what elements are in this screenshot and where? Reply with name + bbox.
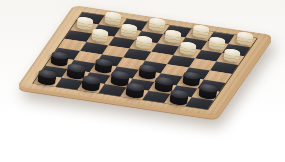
checker-piece-black xyxy=(125,82,145,99)
checker-piece-black xyxy=(81,75,101,92)
checker-piece-white xyxy=(236,31,253,46)
piece-top-face xyxy=(170,88,189,98)
checker-piece-white xyxy=(223,48,241,63)
piece-top-face xyxy=(199,83,218,93)
checker-piece-black xyxy=(169,88,189,105)
piece-top-face xyxy=(38,69,57,79)
piece-top-face xyxy=(180,41,197,50)
piece-top-face xyxy=(136,35,153,44)
product-photo-scene xyxy=(0,0,285,162)
checker-piece-white xyxy=(179,41,197,56)
piece-top-face xyxy=(139,64,157,74)
checker-piece-white xyxy=(104,11,121,26)
checker-piece-white xyxy=(208,36,225,51)
checker-piece-white xyxy=(164,29,181,44)
piece-top-face xyxy=(51,51,69,61)
piece-top-face xyxy=(67,63,86,73)
checker-piece-black xyxy=(198,83,218,100)
piece-top-face xyxy=(165,29,182,38)
piece-top-face xyxy=(77,16,94,25)
piece-top-face xyxy=(237,31,253,40)
piece-top-face xyxy=(111,70,130,80)
piece-top-face xyxy=(82,75,101,85)
checker-piece-white xyxy=(148,17,165,32)
checker-piece-white xyxy=(76,16,93,31)
piece-top-face xyxy=(209,36,226,45)
piece-top-face xyxy=(126,82,145,92)
piece-top-face xyxy=(121,23,138,32)
piece-top-face xyxy=(149,17,165,26)
checker-piece-white xyxy=(192,24,209,39)
checker-piece-black xyxy=(94,58,113,74)
checker-piece-white xyxy=(91,28,109,43)
checker-piece-white xyxy=(120,23,137,38)
piece-top-face xyxy=(183,71,201,81)
pieces-layer xyxy=(0,0,285,162)
checker-piece-white xyxy=(135,35,153,50)
checker-piece-black xyxy=(138,64,157,80)
piece-top-face xyxy=(105,11,121,20)
piece-top-face xyxy=(224,48,241,57)
checker-piece-black xyxy=(50,51,69,67)
piece-top-face xyxy=(95,58,113,68)
piece-top-face xyxy=(155,76,174,86)
checker-piece-black xyxy=(37,69,57,86)
piece-top-face xyxy=(193,24,209,33)
checker-piece-black xyxy=(182,71,201,87)
piece-top-face xyxy=(92,28,109,37)
